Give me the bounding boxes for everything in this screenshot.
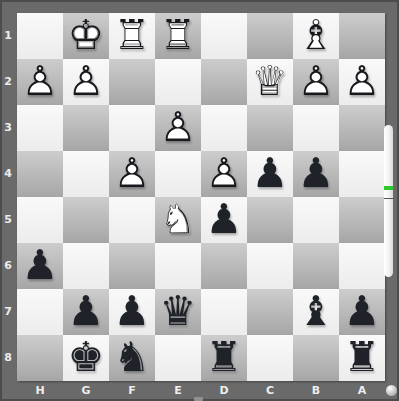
square-a4[interactable] [339, 151, 385, 197]
white-pawn[interactable]: ♟♙ [155, 105, 201, 151]
piece-glyph: ♕ [252, 57, 289, 105]
rank-label-3: 3 [0, 105, 16, 151]
square-c1[interactable] [247, 13, 293, 59]
square-a7[interactable]: ♟ [339, 289, 385, 335]
square-c8[interactable] [247, 335, 293, 381]
piece-glyph: ♟ [22, 241, 59, 289]
rank-label-8: 8 [0, 335, 16, 381]
square-g1[interactable]: ♚♔ [63, 13, 109, 59]
square-d6[interactable] [201, 243, 247, 289]
white-pawn[interactable]: ♟♙ [201, 151, 247, 197]
square-e1[interactable]: ♜♖ [155, 13, 201, 59]
square-g6[interactable] [63, 243, 109, 289]
square-a3[interactable] [339, 105, 385, 151]
piece-glyph: ♙ [160, 103, 197, 151]
piece-glyph: ♟ [252, 149, 289, 197]
piece-glyph: ♟ [206, 195, 243, 243]
file-label-a: A [339, 382, 385, 399]
black-bishop[interactable]: ♝ [293, 289, 339, 335]
piece-glyph: ♘ [160, 195, 197, 243]
rank-label-7: 7 [0, 289, 16, 335]
square-e8[interactable] [155, 335, 201, 381]
black-pawn[interactable]: ♟ [109, 289, 155, 335]
chess-board: ♚♔♜♖♜♖♝♗♟♙♟♙♛♕♟♙♟♙♟♙♟♙♟♙♟♟♞♘♟♟♟♟♛♝♟♚♞♜♜ [17, 13, 385, 381]
white-pawn[interactable]: ♟♙ [63, 59, 109, 105]
white-knight[interactable]: ♞♘ [155, 197, 201, 243]
piece-glyph: ♙ [68, 57, 105, 105]
square-h8[interactable] [17, 335, 63, 381]
square-f7[interactable]: ♟ [109, 289, 155, 335]
square-g2[interactable]: ♟♙ [63, 59, 109, 105]
square-b7[interactable]: ♝ [293, 289, 339, 335]
black-pawn[interactable]: ♟ [293, 151, 339, 197]
square-a6[interactable] [339, 243, 385, 289]
piece-glyph: ♝ [298, 287, 335, 335]
black-rook[interactable]: ♜ [201, 335, 247, 381]
square-c5[interactable] [247, 197, 293, 243]
white-pawn[interactable]: ♟♙ [17, 59, 63, 105]
rank-label-1: 1 [0, 13, 16, 59]
square-f3[interactable] [109, 105, 155, 151]
piece-glyph: ♜ [344, 333, 381, 381]
square-f5[interactable] [109, 197, 155, 243]
square-c4[interactable]: ♟ [247, 151, 293, 197]
piece-glyph: ♖ [160, 11, 197, 59]
resize-ball-handle[interactable] [386, 385, 397, 396]
piece-glyph: ♙ [344, 57, 381, 105]
piece-glyph: ♜ [206, 333, 243, 381]
square-d1[interactable] [201, 13, 247, 59]
square-c2[interactable]: ♛♕ [247, 59, 293, 105]
piece-glyph: ♔ [68, 11, 105, 59]
square-g8[interactable]: ♚ [63, 335, 109, 381]
file-label-g: G [63, 382, 109, 399]
square-a2[interactable]: ♟♙ [339, 59, 385, 105]
black-queen[interactable]: ♛ [155, 289, 201, 335]
square-e7[interactable]: ♛ [155, 289, 201, 335]
white-pawn[interactable]: ♟♙ [339, 59, 385, 105]
square-g7[interactable]: ♟ [63, 289, 109, 335]
file-label-d: D [201, 382, 247, 399]
square-a8[interactable]: ♜ [339, 335, 385, 381]
white-rook[interactable]: ♜♖ [155, 13, 201, 59]
square-d3[interactable] [201, 105, 247, 151]
black-pawn[interactable]: ♟ [339, 289, 385, 335]
piece-glyph: ♗ [298, 11, 335, 59]
piece-glyph: ♙ [22, 57, 59, 105]
slider-divider-line [384, 198, 393, 199]
black-pawn[interactable]: ♟ [247, 151, 293, 197]
square-f6[interactable] [109, 243, 155, 289]
white-bishop[interactable]: ♝♗ [293, 13, 339, 59]
square-f1[interactable]: ♜♖ [109, 13, 155, 59]
square-h6[interactable]: ♟ [17, 243, 63, 289]
black-pawn[interactable]: ♟ [63, 289, 109, 335]
square-d7[interactable] [201, 289, 247, 335]
square-b1[interactable]: ♝♗ [293, 13, 339, 59]
black-pawn[interactable]: ♟ [201, 197, 247, 243]
white-rook[interactable]: ♜♖ [109, 13, 155, 59]
square-h2[interactable]: ♟♙ [17, 59, 63, 105]
square-h7[interactable] [17, 289, 63, 335]
black-pawn[interactable]: ♟ [17, 243, 63, 289]
piece-glyph: ♙ [114, 149, 151, 197]
square-h5[interactable] [17, 197, 63, 243]
square-a5[interactable] [339, 197, 385, 243]
square-b5[interactable] [293, 197, 339, 243]
square-e2[interactable] [155, 59, 201, 105]
square-e4[interactable] [155, 151, 201, 197]
slider-green-marker [384, 186, 393, 190]
white-pawn[interactable]: ♟♙ [109, 151, 155, 197]
piece-glyph: ♖ [114, 11, 151, 59]
square-b4[interactable]: ♟ [293, 151, 339, 197]
bottom-grip-notch[interactable] [194, 397, 203, 401]
square-g3[interactable] [63, 105, 109, 151]
piece-glyph: ♞ [114, 333, 151, 381]
rank-label-5: 5 [0, 197, 16, 243]
square-b2[interactable]: ♟♙ [293, 59, 339, 105]
file-label-b: B [293, 382, 339, 399]
square-g5[interactable] [63, 197, 109, 243]
file-label-f: F [109, 382, 155, 399]
file-label-c: C [247, 382, 293, 399]
black-rook[interactable]: ♜ [339, 335, 385, 381]
rank-label-4: 4 [0, 151, 16, 197]
square-h1[interactable] [17, 13, 63, 59]
square-b6[interactable] [293, 243, 339, 289]
piece-glyph: ♚ [68, 333, 105, 381]
square-g4[interactable] [63, 151, 109, 197]
white-queen[interactable]: ♛♕ [247, 59, 293, 105]
square-f8[interactable]: ♞ [109, 335, 155, 381]
chess-app-window: ♚♔♜♖♜♖♝♗♟♙♟♙♛♕♟♙♟♙♟♙♟♙♟♙♟♟♞♘♟♟♟♟♛♝♟♚♞♜♜ … [0, 0, 399, 401]
piece-glyph: ♟ [114, 287, 151, 335]
square-b8[interactable] [293, 335, 339, 381]
square-h3[interactable] [17, 105, 63, 151]
piece-glyph: ♟ [68, 287, 105, 335]
square-d4[interactable]: ♟♙ [201, 151, 247, 197]
piece-glyph: ♟ [298, 149, 335, 197]
piece-glyph: ♙ [298, 57, 335, 105]
white-king[interactable]: ♚♔ [63, 13, 109, 59]
square-d5[interactable]: ♟ [201, 197, 247, 243]
rank-label-2: 2 [0, 59, 16, 105]
square-d8[interactable]: ♜ [201, 335, 247, 381]
square-e5[interactable]: ♞♘ [155, 197, 201, 243]
piece-glyph: ♟ [344, 287, 381, 335]
rank-label-6: 6 [0, 243, 16, 289]
square-b3[interactable] [293, 105, 339, 151]
square-e3[interactable]: ♟♙ [155, 105, 201, 151]
black-king[interactable]: ♚ [63, 335, 109, 381]
file-label-h: H [17, 382, 63, 399]
square-c7[interactable] [247, 289, 293, 335]
piece-glyph: ♛ [160, 287, 197, 335]
square-d2[interactable] [201, 59, 247, 105]
white-pawn[interactable]: ♟♙ [293, 59, 339, 105]
square-h4[interactable] [17, 151, 63, 197]
piece-glyph: ♙ [206, 149, 243, 197]
square-f4[interactable]: ♟♙ [109, 151, 155, 197]
square-e6[interactable] [155, 243, 201, 289]
scroll-slider-track[interactable] [384, 125, 393, 277]
square-c3[interactable] [247, 105, 293, 151]
square-c6[interactable] [247, 243, 293, 289]
square-f2[interactable] [109, 59, 155, 105]
black-knight[interactable]: ♞ [109, 335, 155, 381]
square-a1[interactable] [339, 13, 385, 59]
